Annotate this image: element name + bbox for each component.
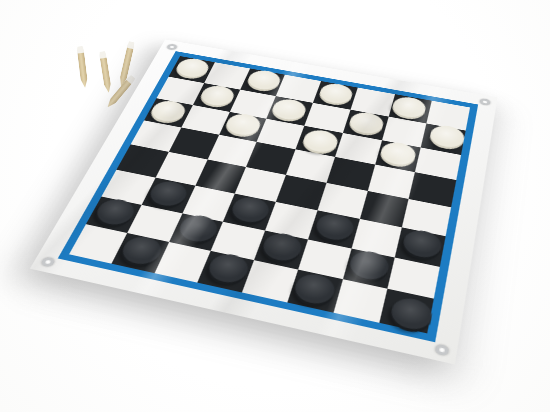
checker-piece-white[interactable] [245,70,283,93]
checker-piece-black[interactable] [312,213,356,245]
checker-piece-black[interactable] [401,230,444,263]
peg-tip [126,74,136,84]
checkers-mat [48,47,485,350]
peg-tip [99,51,107,59]
peg-tip [127,41,135,49]
product-photo-scene [0,0,550,412]
checker-piece-white[interactable] [428,125,466,151]
peg-tip [76,46,84,54]
wooden-peg [99,51,112,94]
checker-piece-black[interactable] [290,274,337,310]
checker-piece-black[interactable] [347,251,392,286]
wooden-peg [76,46,88,89]
checkers-board [69,56,470,333]
checker-piece-black[interactable] [228,196,272,227]
checker-piece-black[interactable] [258,233,303,266]
